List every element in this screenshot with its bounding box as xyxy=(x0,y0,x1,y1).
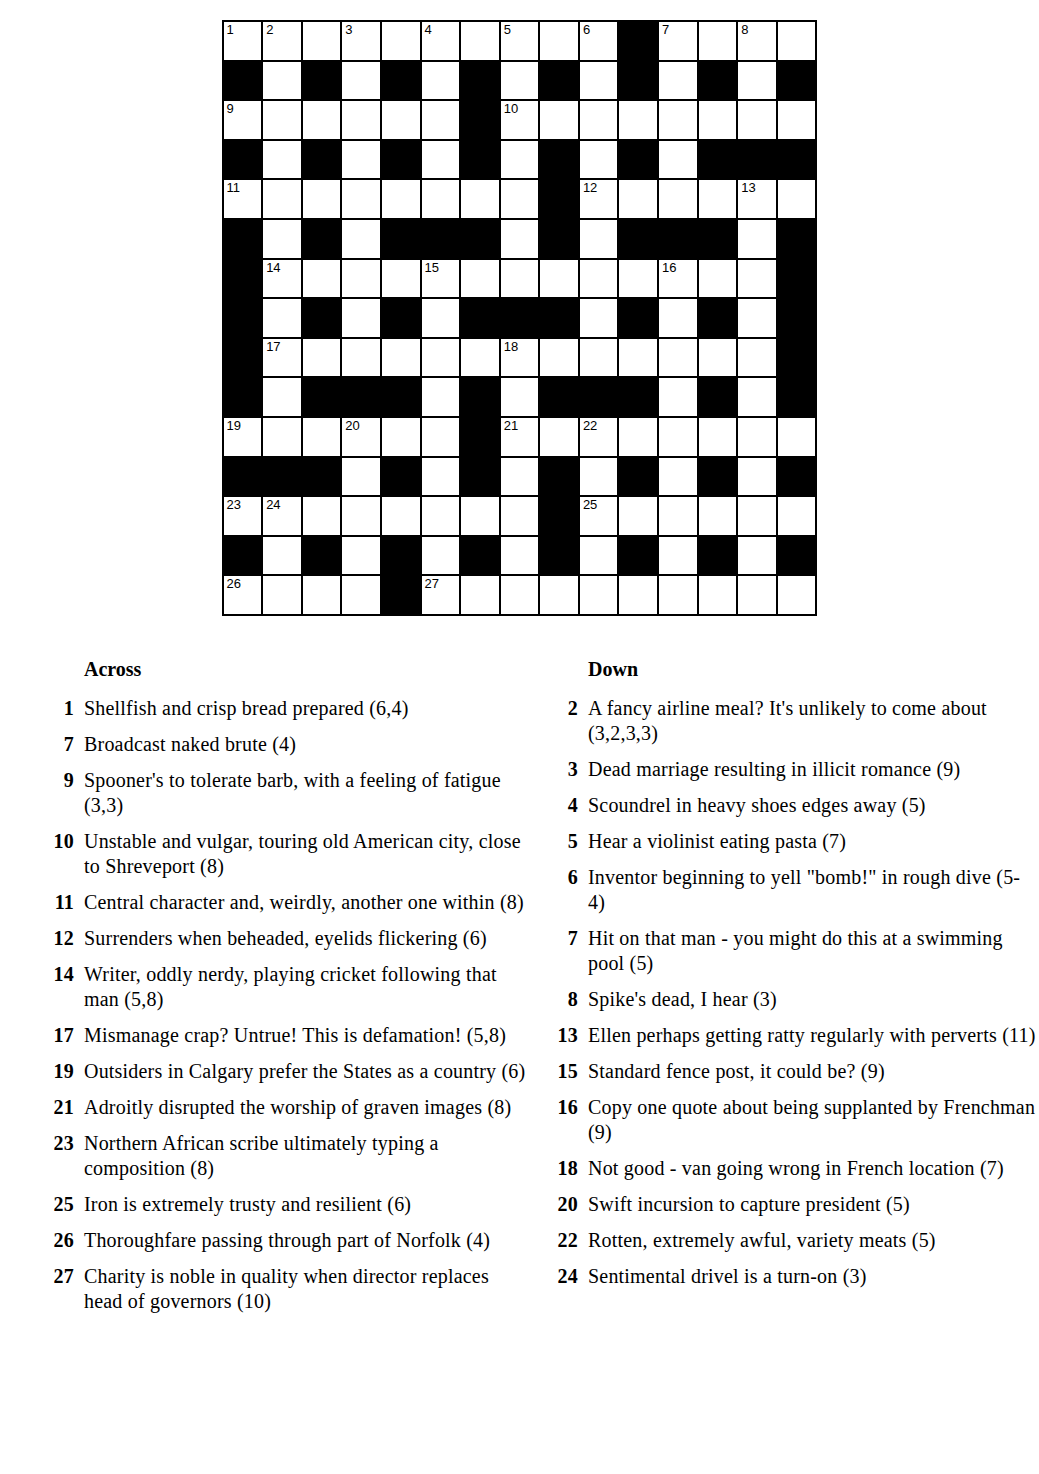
cell-number-4: 4 xyxy=(425,23,432,37)
white-cell-r3c4[interactable] xyxy=(342,101,380,139)
white-cell-r15c9[interactable] xyxy=(540,576,578,614)
clue-number: 15 xyxy=(550,1059,578,1084)
cell-number-12: 12 xyxy=(583,181,597,195)
black-cell-r4c11 xyxy=(619,141,657,179)
black-cell-r2c9 xyxy=(540,62,578,100)
black-cell-r6c15 xyxy=(778,220,816,258)
white-cell-r3c12[interactable] xyxy=(659,101,697,139)
down-clue-6: 6Inventor beginning to yell "bomb!" in r… xyxy=(550,865,1036,915)
black-cell-r6c11 xyxy=(619,220,657,258)
white-cell-r5c12[interactable] xyxy=(659,180,697,218)
white-cell-r7c12[interactable]: 16 xyxy=(659,260,697,298)
clue-text: Adroitly disrupted the worship of graven… xyxy=(84,1095,511,1120)
black-cell-r14c3 xyxy=(303,537,341,575)
cell-number-9: 9 xyxy=(227,102,234,116)
clue-text: Hit on that man - you might do this at a… xyxy=(588,926,1036,976)
black-cell-r6c7 xyxy=(461,220,499,258)
white-cell-r1c7[interactable] xyxy=(461,22,499,60)
black-cell-r14c5 xyxy=(382,537,420,575)
cell-number-15: 15 xyxy=(425,261,439,275)
black-cell-r10c1 xyxy=(224,378,262,416)
white-cell-r2c6[interactable] xyxy=(422,62,460,100)
clue-number: 13 xyxy=(550,1023,578,1048)
down-clue-24: 24Sentimental drivel is a turn-on (3) xyxy=(550,1264,1036,1289)
black-cell-r4c1 xyxy=(224,141,262,179)
white-cell-r13c10[interactable]: 25 xyxy=(580,497,618,535)
white-cell-r5c14[interactable]: 13 xyxy=(738,180,776,218)
white-cell-r11c5[interactable] xyxy=(382,418,420,456)
white-cell-r6c4[interactable] xyxy=(342,220,380,258)
white-cell-r14c6[interactable] xyxy=(422,537,460,575)
across-clues-column: Across 1Shellfish and crisp bread prepar… xyxy=(46,656,532,1325)
white-cell-r3c9[interactable] xyxy=(540,101,578,139)
black-cell-r8c5 xyxy=(382,299,420,337)
white-cell-r13c8[interactable] xyxy=(501,497,539,535)
clue-number: 12 xyxy=(46,926,74,951)
across-clue-7: 7Broadcast naked brute (4) xyxy=(46,732,532,757)
clue-text: Charity is noble in quality when directo… xyxy=(84,1264,532,1314)
white-cell-r4c6[interactable] xyxy=(422,141,460,179)
clue-text: Unstable and vulgar, touring old America… xyxy=(84,829,532,879)
white-cell-r13c1[interactable]: 23 xyxy=(224,497,262,535)
black-cell-r14c15 xyxy=(778,537,816,575)
white-cell-r9c9[interactable] xyxy=(540,339,578,377)
white-cell-r9c12[interactable] xyxy=(659,339,697,377)
across-clue-12: 12Surrenders when beheaded, eyelids flic… xyxy=(46,926,532,951)
clue-text: Not good - van going wrong in French loc… xyxy=(588,1156,1004,1181)
white-cell-r4c4[interactable] xyxy=(342,141,380,179)
black-cell-r10c5 xyxy=(382,378,420,416)
white-cell-r3c13[interactable] xyxy=(699,101,737,139)
clue-text: Broadcast naked brute (4) xyxy=(84,732,296,757)
black-cell-r4c15 xyxy=(778,141,816,179)
crossword-grid: 1234567891011121314151617181920212223242… xyxy=(222,20,818,616)
cell-number-17: 17 xyxy=(266,340,280,354)
white-cell-r3c8[interactable]: 10 xyxy=(501,101,539,139)
white-cell-r13c3[interactable] xyxy=(303,497,341,535)
white-cell-r14c8[interactable] xyxy=(501,537,539,575)
white-cell-r2c4[interactable] xyxy=(342,62,380,100)
white-cell-r5c3[interactable] xyxy=(303,180,341,218)
clue-text: Swift incursion to capture president (5) xyxy=(588,1192,910,1217)
white-cell-r7c3[interactable] xyxy=(303,260,341,298)
clue-number: 5 xyxy=(550,829,578,854)
white-cell-r10c6[interactable] xyxy=(422,378,460,416)
black-cell-r12c15 xyxy=(778,458,816,496)
cell-number-19: 19 xyxy=(227,419,241,433)
black-cell-r14c9 xyxy=(540,537,578,575)
white-cell-r13c6[interactable] xyxy=(422,497,460,535)
clue-text: Writer, oddly nerdy, playing cricket fol… xyxy=(84,962,532,1012)
clue-number: 2 xyxy=(550,696,578,746)
across-clue-list: 1Shellfish and crisp bread prepared (6,4… xyxy=(46,696,532,1314)
black-cell-r4c13 xyxy=(699,141,737,179)
white-cell-r12c8[interactable] xyxy=(501,458,539,496)
white-cell-r11c1[interactable]: 19 xyxy=(224,418,262,456)
white-cell-r7c11[interactable] xyxy=(619,260,657,298)
white-cell-r9c3[interactable] xyxy=(303,339,341,377)
cell-number-7: 7 xyxy=(662,23,669,37)
white-cell-r8c12[interactable] xyxy=(659,299,697,337)
white-cell-r13c11[interactable] xyxy=(619,497,657,535)
white-cell-r9c6[interactable] xyxy=(422,339,460,377)
across-clue-21: 21Adroitly disrupted the worship of grav… xyxy=(46,1095,532,1120)
cell-number-22: 22 xyxy=(583,419,597,433)
across-clue-23: 23Northern African scribe ultimately typ… xyxy=(46,1131,532,1181)
black-cell-r15c5 xyxy=(382,576,420,614)
white-cell-r1c5[interactable] xyxy=(382,22,420,60)
clue-number: 24 xyxy=(550,1264,578,1289)
clue-text: Inventor beginning to yell "bomb!" in ro… xyxy=(588,865,1036,915)
black-cell-r9c15 xyxy=(778,339,816,377)
white-cell-r9c10[interactable] xyxy=(580,339,618,377)
white-cell-r6c10[interactable] xyxy=(580,220,618,258)
cell-number-8: 8 xyxy=(741,23,748,37)
down-clue-15: 15Standard fence post, it could be? (9) xyxy=(550,1059,1036,1084)
white-cell-r5c11[interactable] xyxy=(619,180,657,218)
clue-number: 7 xyxy=(550,926,578,976)
white-cell-r9c2[interactable]: 17 xyxy=(263,339,301,377)
black-cell-r4c7 xyxy=(461,141,499,179)
cell-number-20: 20 xyxy=(345,419,359,433)
clue-number: 4 xyxy=(550,793,578,818)
black-cell-r10c3 xyxy=(303,378,341,416)
black-cell-r8c1 xyxy=(224,299,262,337)
white-cell-r10c2[interactable] xyxy=(263,378,301,416)
white-cell-r9c7[interactable] xyxy=(461,339,499,377)
white-cell-r9c13[interactable] xyxy=(699,339,737,377)
cell-number-3: 3 xyxy=(345,23,352,37)
black-cell-r2c13 xyxy=(699,62,737,100)
clue-number: 26 xyxy=(46,1228,74,1253)
white-cell-r13c4[interactable] xyxy=(342,497,380,535)
white-cell-r9c14[interactable] xyxy=(738,339,776,377)
white-cell-r14c14[interactable] xyxy=(738,537,776,575)
white-cell-r13c2[interactable]: 24 xyxy=(263,497,301,535)
black-cell-r8c13 xyxy=(699,299,737,337)
across-clue-11: 11Central character and, weirdly, anothe… xyxy=(46,890,532,915)
white-cell-r1c14[interactable]: 8 xyxy=(738,22,776,60)
white-cell-r13c14[interactable] xyxy=(738,497,776,535)
white-cell-r15c3[interactable] xyxy=(303,576,341,614)
white-cell-r15c11[interactable] xyxy=(619,576,657,614)
white-cell-r10c8[interactable] xyxy=(501,378,539,416)
white-cell-r15c15[interactable] xyxy=(778,576,816,614)
white-cell-r11c2[interactable] xyxy=(263,418,301,456)
white-cell-r1c15[interactable] xyxy=(778,22,816,60)
cell-number-6: 6 xyxy=(583,23,590,37)
white-cell-r11c4[interactable]: 20 xyxy=(342,418,380,456)
clue-number: 23 xyxy=(46,1131,74,1181)
white-cell-r11c6[interactable] xyxy=(422,418,460,456)
white-cell-r5c13[interactable] xyxy=(699,180,737,218)
white-cell-r8c6[interactable] xyxy=(422,299,460,337)
clue-number: 10 xyxy=(46,829,74,879)
white-cell-r12c6[interactable] xyxy=(422,458,460,496)
white-cell-r7c10[interactable] xyxy=(580,260,618,298)
white-cell-r1c9[interactable] xyxy=(540,22,578,60)
across-heading: Across xyxy=(84,656,532,682)
white-cell-r5c10[interactable]: 12 xyxy=(580,180,618,218)
black-cell-r10c10 xyxy=(580,378,618,416)
white-cell-r14c4[interactable] xyxy=(342,537,380,575)
cell-number-13: 13 xyxy=(741,181,755,195)
white-cell-r8c2[interactable] xyxy=(263,299,301,337)
white-cell-r5c6[interactable] xyxy=(422,180,460,218)
white-cell-r1c13[interactable] xyxy=(699,22,737,60)
white-cell-r9c11[interactable] xyxy=(619,339,657,377)
clue-number: 14 xyxy=(46,962,74,1012)
clue-text: Hear a violinist eating pasta (7) xyxy=(588,829,846,854)
black-cell-r4c3 xyxy=(303,141,341,179)
white-cell-r3c15[interactable] xyxy=(778,101,816,139)
white-cell-r5c5[interactable] xyxy=(382,180,420,218)
white-cell-r10c12[interactable] xyxy=(659,378,697,416)
black-cell-r12c7 xyxy=(461,458,499,496)
black-cell-r2c7 xyxy=(461,62,499,100)
white-cell-r11c12[interactable] xyxy=(659,418,697,456)
white-cell-r14c2[interactable] xyxy=(263,537,301,575)
black-cell-r13c9 xyxy=(540,497,578,535)
black-cell-r12c9 xyxy=(540,458,578,496)
white-cell-r15c8[interactable] xyxy=(501,576,539,614)
white-cell-r1c1[interactable]: 1 xyxy=(224,22,262,60)
white-cell-r3c6[interactable] xyxy=(422,101,460,139)
white-cell-r13c13[interactable] xyxy=(699,497,737,535)
down-clue-18: 18Not good - van going wrong in French l… xyxy=(550,1156,1036,1181)
black-cell-r2c3 xyxy=(303,62,341,100)
white-cell-r3c14[interactable] xyxy=(738,101,776,139)
white-cell-r15c4[interactable] xyxy=(342,576,380,614)
black-cell-r14c11 xyxy=(619,537,657,575)
clue-text: Sentimental drivel is a turn-on (3) xyxy=(588,1264,867,1289)
white-cell-r1c4[interactable]: 3 xyxy=(342,22,380,60)
across-clue-25: 25Iron is extremely trusty and resilient… xyxy=(46,1192,532,1217)
white-cell-r11c11[interactable] xyxy=(619,418,657,456)
white-cell-r1c6[interactable]: 4 xyxy=(422,22,460,60)
white-cell-r13c7[interactable] xyxy=(461,497,499,535)
white-cell-r5c4[interactable] xyxy=(342,180,380,218)
white-cell-r4c8[interactable] xyxy=(501,141,539,179)
white-cell-r7c13[interactable] xyxy=(699,260,737,298)
across-clue-1: 1Shellfish and crisp bread prepared (6,4… xyxy=(46,696,532,721)
clue-number: 8 xyxy=(550,987,578,1012)
black-cell-r8c11 xyxy=(619,299,657,337)
white-cell-r15c2[interactable] xyxy=(263,576,301,614)
white-cell-r11c15[interactable] xyxy=(778,418,816,456)
white-cell-r15c1[interactable]: 26 xyxy=(224,576,262,614)
white-cell-r9c5[interactable] xyxy=(382,339,420,377)
clue-number: 21 xyxy=(46,1095,74,1120)
down-clue-8: 8Spike's dead, I hear (3) xyxy=(550,987,1036,1012)
black-cell-r4c14 xyxy=(738,141,776,179)
black-cell-r12c3 xyxy=(303,458,341,496)
clue-text: Dead marriage resulting in illicit roman… xyxy=(588,757,960,782)
down-clue-4: 4Scoundrel in heavy shoes edges away (5) xyxy=(550,793,1036,818)
white-cell-r5c15[interactable] xyxy=(778,180,816,218)
clue-number: 19 xyxy=(46,1059,74,1084)
white-cell-r3c3[interactable] xyxy=(303,101,341,139)
clue-number: 6 xyxy=(550,865,578,915)
white-cell-r12c14[interactable] xyxy=(738,458,776,496)
white-cell-r2c10[interactable] xyxy=(580,62,618,100)
white-cell-r1c2[interactable]: 2 xyxy=(263,22,301,60)
clue-number: 3 xyxy=(550,757,578,782)
across-clue-26: 26Thoroughfare passing through part of N… xyxy=(46,1228,532,1253)
down-heading: Down xyxy=(588,656,1036,682)
white-cell-r11c9[interactable] xyxy=(540,418,578,456)
black-cell-r7c15 xyxy=(778,260,816,298)
white-cell-r9c4[interactable] xyxy=(342,339,380,377)
white-cell-r1c10[interactable]: 6 xyxy=(580,22,618,60)
white-cell-r11c10[interactable]: 22 xyxy=(580,418,618,456)
white-cell-r15c12[interactable] xyxy=(659,576,697,614)
white-cell-r8c14[interactable] xyxy=(738,299,776,337)
black-cell-r4c9 xyxy=(540,141,578,179)
clues-section: Across 1Shellfish and crisp bread prepar… xyxy=(46,656,1039,1325)
clue-text: Copy one quote about being supplanted by… xyxy=(588,1095,1036,1145)
white-cell-r1c8[interactable]: 5 xyxy=(501,22,539,60)
white-cell-r2c12[interactable] xyxy=(659,62,697,100)
down-clue-2: 2A fancy airline meal? It's unlikely to … xyxy=(550,696,1036,746)
white-cell-r9c8[interactable]: 18 xyxy=(501,339,539,377)
clue-number: 22 xyxy=(550,1228,578,1253)
black-cell-r10c9 xyxy=(540,378,578,416)
white-cell-r6c2[interactable] xyxy=(263,220,301,258)
white-cell-r7c14[interactable] xyxy=(738,260,776,298)
clue-text: Scoundrel in heavy shoes edges away (5) xyxy=(588,793,926,818)
cell-number-10: 10 xyxy=(504,102,518,116)
white-cell-r7c6[interactable]: 15 xyxy=(422,260,460,298)
black-cell-r6c3 xyxy=(303,220,341,258)
black-cell-r8c8 xyxy=(501,299,539,337)
white-cell-r5c7[interactable] xyxy=(461,180,499,218)
white-cell-r11c8[interactable]: 21 xyxy=(501,418,539,456)
white-cell-r3c2[interactable] xyxy=(263,101,301,139)
white-cell-r15c14[interactable] xyxy=(738,576,776,614)
black-cell-r8c3 xyxy=(303,299,341,337)
white-cell-r12c12[interactable] xyxy=(659,458,697,496)
clue-text: Mismanage crap? Untrue! This is defamati… xyxy=(84,1023,506,1048)
white-cell-r2c2[interactable] xyxy=(263,62,301,100)
cell-number-27: 27 xyxy=(425,577,439,591)
clue-text: Spooner's to tolerate barb, with a feeli… xyxy=(84,768,532,818)
white-cell-r5c8[interactable] xyxy=(501,180,539,218)
cell-number-23: 23 xyxy=(227,498,241,512)
cell-number-21: 21 xyxy=(504,419,518,433)
white-cell-r15c7[interactable] xyxy=(461,576,499,614)
white-cell-r7c7[interactable] xyxy=(461,260,499,298)
white-cell-r10c14[interactable] xyxy=(738,378,776,416)
clue-number: 9 xyxy=(46,768,74,818)
clue-text: Surrenders when beheaded, eyelids flicke… xyxy=(84,926,487,951)
clue-text: Rotten, extremely awful, variety meats (… xyxy=(588,1228,936,1253)
black-cell-r14c13 xyxy=(699,537,737,575)
white-cell-r11c14[interactable] xyxy=(738,418,776,456)
white-cell-r7c2[interactable]: 14 xyxy=(263,260,301,298)
white-cell-r7c5[interactable] xyxy=(382,260,420,298)
black-cell-r14c1 xyxy=(224,537,262,575)
white-cell-r13c15[interactable] xyxy=(778,497,816,535)
white-cell-r7c8[interactable] xyxy=(501,260,539,298)
white-cell-r5c1[interactable]: 11 xyxy=(224,180,262,218)
white-cell-r1c3[interactable] xyxy=(303,22,341,60)
white-cell-r13c5[interactable] xyxy=(382,497,420,535)
cell-number-25: 25 xyxy=(583,498,597,512)
white-cell-r13c12[interactable] xyxy=(659,497,697,535)
clue-text: Central character and, weirdly, another … xyxy=(84,890,524,915)
white-cell-r8c10[interactable] xyxy=(580,299,618,337)
white-cell-r2c8[interactable] xyxy=(501,62,539,100)
white-cell-r15c13[interactable] xyxy=(699,576,737,614)
black-cell-r7c1 xyxy=(224,260,262,298)
clue-text: Ellen perhaps getting ratty regularly wi… xyxy=(588,1023,1036,1048)
cell-number-16: 16 xyxy=(662,261,676,275)
white-cell-r12c4[interactable] xyxy=(342,458,380,496)
cell-number-26: 26 xyxy=(227,577,241,591)
white-cell-r6c8[interactable] xyxy=(501,220,539,258)
white-cell-r15c10[interactable] xyxy=(580,576,618,614)
cell-number-14: 14 xyxy=(266,261,280,275)
black-cell-r10c11 xyxy=(619,378,657,416)
white-cell-r15c6[interactable]: 27 xyxy=(422,576,460,614)
down-clue-13: 13Ellen perhaps getting ratty regularly … xyxy=(550,1023,1036,1048)
white-cell-r3c10[interactable] xyxy=(580,101,618,139)
white-cell-r3c1[interactable]: 9 xyxy=(224,101,262,139)
clue-number: 16 xyxy=(550,1095,578,1145)
white-cell-r6c14[interactable] xyxy=(738,220,776,258)
white-cell-r11c13[interactable] xyxy=(699,418,737,456)
white-cell-r12c10[interactable] xyxy=(580,458,618,496)
cell-number-11: 11 xyxy=(227,181,241,195)
black-cell-r5c9 xyxy=(540,180,578,218)
black-cell-r6c1 xyxy=(224,220,262,258)
white-cell-r7c4[interactable] xyxy=(342,260,380,298)
white-cell-r3c11[interactable] xyxy=(619,101,657,139)
white-cell-r14c10[interactable] xyxy=(580,537,618,575)
black-cell-r2c5 xyxy=(382,62,420,100)
black-cell-r2c11 xyxy=(619,62,657,100)
black-cell-r4c5 xyxy=(382,141,420,179)
black-cell-r2c1 xyxy=(224,62,262,100)
cell-number-5: 5 xyxy=(504,23,511,37)
white-cell-r4c12[interactable] xyxy=(659,141,697,179)
white-cell-r3c5[interactable] xyxy=(382,101,420,139)
black-cell-r8c15 xyxy=(778,299,816,337)
black-cell-r2c15 xyxy=(778,62,816,100)
white-cell-r11c3[interactable] xyxy=(303,418,341,456)
white-cell-r7c9[interactable] xyxy=(540,260,578,298)
white-cell-r4c2[interactable] xyxy=(263,141,301,179)
down-clue-7: 7Hit on that man - you might do this at … xyxy=(550,926,1036,976)
across-clue-19: 19Outsiders in Calgary prefer the States… xyxy=(46,1059,532,1084)
black-cell-r8c7 xyxy=(461,299,499,337)
black-cell-r12c11 xyxy=(619,458,657,496)
black-cell-r12c2 xyxy=(263,458,301,496)
cell-number-24: 24 xyxy=(266,498,280,512)
across-clue-17: 17Mismanage crap? Untrue! This is defama… xyxy=(46,1023,532,1048)
white-cell-r4c10[interactable] xyxy=(580,141,618,179)
white-cell-r5c2[interactable] xyxy=(263,180,301,218)
white-cell-r1c12[interactable]: 7 xyxy=(659,22,697,60)
black-cell-r9c1 xyxy=(224,339,262,377)
black-cell-r11c7 xyxy=(461,418,499,456)
clue-text: Standard fence post, it could be? (9) xyxy=(588,1059,885,1084)
white-cell-r2c14[interactable] xyxy=(738,62,776,100)
white-cell-r8c4[interactable] xyxy=(342,299,380,337)
white-cell-r14c12[interactable] xyxy=(659,537,697,575)
black-cell-r1c11 xyxy=(619,22,657,60)
